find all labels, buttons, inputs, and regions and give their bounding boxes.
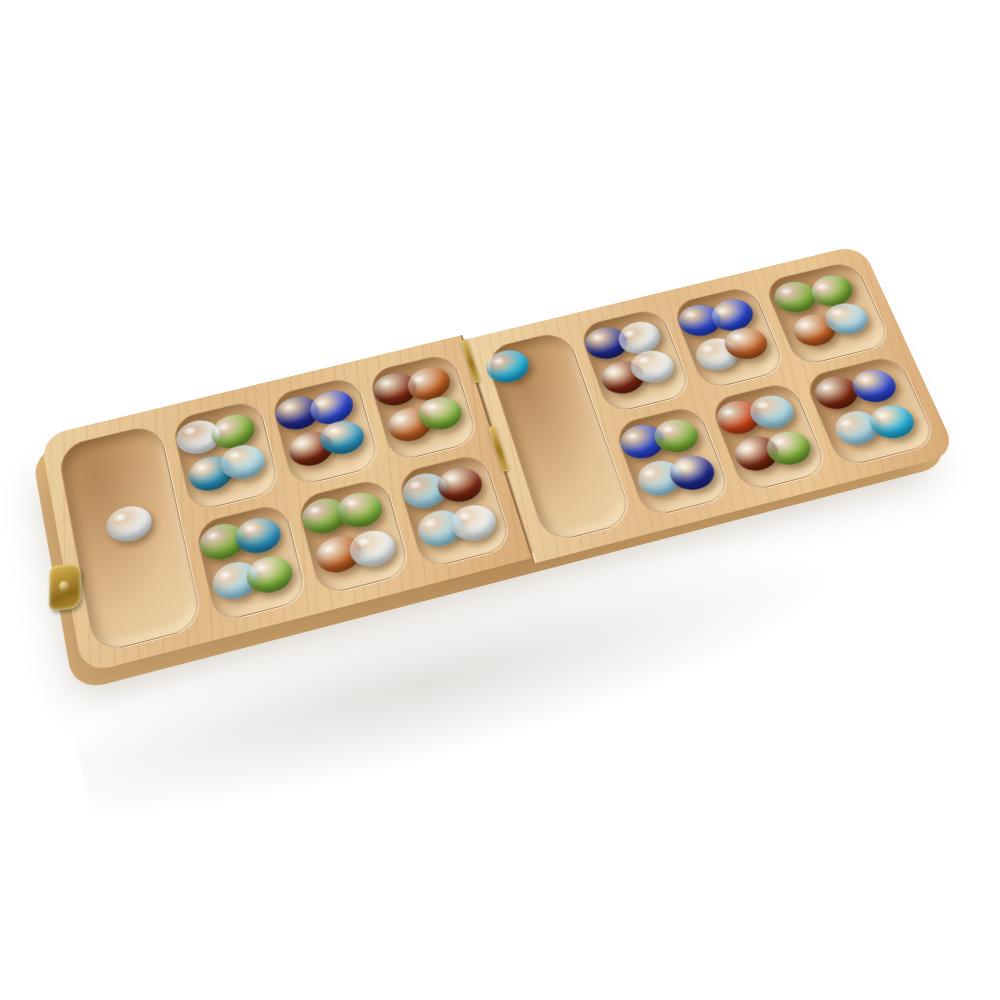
pit-near-1[interactable] [194, 501, 308, 623]
stone-cyan [482, 345, 534, 386]
stone-green [336, 491, 384, 530]
stone-clear [105, 503, 154, 545]
pit-far-4[interactable] [577, 307, 693, 415]
stone-sky [220, 444, 266, 481]
pit-far-1[interactable] [171, 398, 281, 513]
brass-clasp-icon [49, 564, 81, 611]
pit-far-2[interactable] [269, 375, 381, 488]
pit-near-3[interactable] [396, 452, 513, 570]
pit-near-6[interactable] [802, 354, 938, 469]
pit-far-6[interactable] [762, 259, 893, 367]
pit-near-4[interactable] [612, 404, 732, 519]
board-right-half [464, 244, 957, 563]
pit-near-2[interactable] [296, 476, 412, 596]
stone-cobalt [849, 368, 899, 404]
stone-teal [235, 516, 282, 555]
pit-far-3[interactable] [367, 352, 480, 463]
